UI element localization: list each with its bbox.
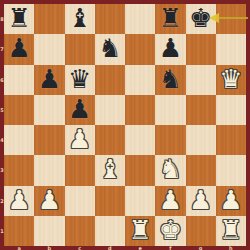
rank-label-1: 1 [0,216,4,246]
piece-black-knight[interactable]: ♞ [98,35,121,61]
square-a3[interactable] [4,155,34,185]
piece-white-pawn[interactable]: ♟ [38,187,61,213]
square-f1[interactable]: ♚ [155,216,185,246]
square-e5[interactable] [125,95,155,125]
square-b8[interactable] [34,4,64,34]
piece-black-knight[interactable]: ♞ [159,66,182,92]
square-e7[interactable] [125,34,155,64]
square-e4[interactable] [125,125,155,155]
square-h3[interactable] [216,155,246,185]
square-b4[interactable] [34,125,64,155]
square-h4[interactable] [216,125,246,155]
piece-white-pawn[interactable]: ♟ [68,126,91,152]
piece-black-pawn[interactable]: ♟ [68,96,91,122]
rank-label-7: 7 [0,34,4,64]
square-b3[interactable] [34,155,64,185]
square-g4[interactable] [186,125,216,155]
file-label-d: d [95,246,125,250]
file-label-a: a [4,246,34,250]
piece-white-knight[interactable]: ♞ [159,156,182,182]
square-d4[interactable] [95,125,125,155]
square-h5[interactable] [216,95,246,125]
square-d3[interactable]: ♝ [95,155,125,185]
piece-white-pawn[interactable]: ♟ [159,187,182,213]
rank-label-6: 6 [0,65,4,95]
square-h2[interactable]: ♟ [216,186,246,216]
square-c3[interactable] [65,155,95,185]
square-e6[interactable] [125,65,155,95]
piece-white-pawn[interactable]: ♟ [189,187,212,213]
rank-label-8: 8 [0,4,4,34]
piece-black-rook[interactable]: ♜ [159,5,182,31]
square-c1[interactable] [65,216,95,246]
chess-board: ♜♝♜♚♟♞♟♟♛♞♛♟♟♝♞♟♟♟♟♟♜♚♜ 87654321 abcdefg… [0,0,250,250]
piece-white-rook[interactable]: ♜ [128,217,151,243]
piece-white-rook[interactable]: ♜ [219,217,242,243]
piece-black-queen[interactable]: ♛ [68,66,91,92]
square-c4[interactable]: ♟ [65,125,95,155]
rank-label-2: 2 [0,186,4,216]
piece-black-pawn[interactable]: ♟ [38,66,61,92]
square-d5[interactable] [95,95,125,125]
square-d7[interactable]: ♞ [95,34,125,64]
file-label-b: b [34,246,64,250]
square-d8[interactable] [95,4,125,34]
file-label-c: c [65,246,95,250]
piece-white-pawn[interactable]: ♟ [7,187,30,213]
square-f6[interactable]: ♞ [155,65,185,95]
square-e1[interactable]: ♜ [125,216,155,246]
square-a1[interactable] [4,216,34,246]
piece-black-pawn[interactable]: ♟ [7,35,30,61]
square-b1[interactable] [34,216,64,246]
square-d1[interactable] [95,216,125,246]
piece-white-queen[interactable]: ♛ [219,66,242,92]
square-h8[interactable] [216,4,246,34]
square-d6[interactable] [95,65,125,95]
piece-white-pawn[interactable]: ♟ [219,187,242,213]
rank-label-3: 3 [0,155,4,185]
square-e3[interactable] [125,155,155,185]
square-e8[interactable] [125,4,155,34]
square-h1[interactable]: ♜ [216,216,246,246]
square-f5[interactable] [155,95,185,125]
square-b2[interactable]: ♟ [34,186,64,216]
square-c8[interactable]: ♝ [65,4,95,34]
file-label-e: e [125,246,155,250]
square-f8[interactable]: ♜ [155,4,185,34]
square-g2[interactable]: ♟ [186,186,216,216]
square-c2[interactable] [65,186,95,216]
piece-white-king[interactable]: ♚ [159,217,182,243]
square-a8[interactable]: ♜ [4,4,34,34]
piece-black-rook[interactable]: ♜ [7,5,30,31]
square-b7[interactable] [34,34,64,64]
file-label-f: f [155,246,185,250]
square-b6[interactable]: ♟ [34,65,64,95]
square-a4[interactable] [4,125,34,155]
square-g7[interactable] [186,34,216,64]
rank-label-5: 5 [0,95,4,125]
square-b5[interactable] [34,95,64,125]
square-h6[interactable]: ♛ [216,65,246,95]
file-label-g: g [186,246,216,250]
square-g6[interactable] [186,65,216,95]
square-c5[interactable]: ♟ [65,95,95,125]
square-g5[interactable] [186,95,216,125]
square-g3[interactable] [186,155,216,185]
annotation-arrow-tail [218,17,248,19]
square-a2[interactable]: ♟ [4,186,34,216]
square-a5[interactable] [4,95,34,125]
square-d2[interactable] [95,186,125,216]
piece-white-bishop[interactable]: ♝ [98,156,121,182]
square-f4[interactable] [155,125,185,155]
piece-black-bishop[interactable]: ♝ [68,5,91,31]
square-a6[interactable] [4,65,34,95]
square-f7[interactable]: ♟ [155,34,185,64]
square-e2[interactable] [125,186,155,216]
board-grid: ♜♝♜♚♟♞♟♟♛♞♛♟♟♝♞♟♟♟♟♟♜♚♜ [4,4,246,246]
piece-black-pawn[interactable]: ♟ [159,35,182,61]
square-f2[interactable]: ♟ [155,186,185,216]
square-a7[interactable]: ♟ [4,34,34,64]
rank-label-4: 4 [0,125,4,155]
file-label-h: h [216,246,246,250]
square-c6[interactable]: ♛ [65,65,95,95]
square-h7[interactable] [216,34,246,64]
square-f3[interactable]: ♞ [155,155,185,185]
square-c7[interactable] [65,34,95,64]
annotation-arrow-head [209,13,219,23]
square-g1[interactable] [186,216,216,246]
